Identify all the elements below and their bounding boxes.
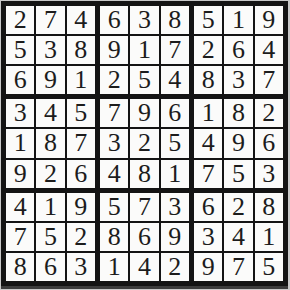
- cell-r9c3: 3: [67, 253, 95, 281]
- cell-r3c1: 6: [6, 66, 34, 94]
- cell-r3c8: 3: [224, 66, 252, 94]
- cell-r2c3: 8: [67, 36, 95, 64]
- cell-r8c9: 1: [255, 223, 283, 251]
- cell-r8c2: 5: [36, 223, 64, 251]
- cell-r3c7: 8: [194, 66, 222, 94]
- cell-r1c2: 7: [36, 6, 64, 34]
- cell-r7c1: 4: [6, 193, 34, 221]
- box-1-1: 274538691: [6, 6, 95, 94]
- cell-r7c7: 6: [194, 193, 222, 221]
- cell-r6c4: 4: [100, 160, 128, 188]
- cell-r7c8: 2: [224, 193, 252, 221]
- cell-r4c9: 2: [255, 99, 283, 127]
- cell-r5c9: 6: [255, 129, 283, 157]
- cell-r2c4: 9: [100, 36, 128, 64]
- box-1-2: 638917254: [100, 6, 189, 94]
- cell-r8c3: 2: [67, 223, 95, 251]
- cell-r9c2: 6: [36, 253, 64, 281]
- cell-r3c2: 9: [36, 66, 64, 94]
- cell-r9c8: 7: [224, 253, 252, 281]
- cell-r8c1: 7: [6, 223, 34, 251]
- cell-r5c1: 1: [6, 129, 34, 157]
- cell-r2c7: 2: [194, 36, 222, 64]
- cell-r8c8: 4: [224, 223, 252, 251]
- cell-r6c6: 1: [161, 160, 189, 188]
- cell-r5c4: 3: [100, 129, 128, 157]
- cell-r2c8: 6: [224, 36, 252, 64]
- cell-r1c7: 5: [194, 6, 222, 34]
- sudoku-board: 2745386916389172545192648373451879267963…: [1, 1, 288, 286]
- cell-r8c6: 9: [161, 223, 189, 251]
- cell-r1c6: 8: [161, 6, 189, 34]
- cell-r6c7: 7: [194, 160, 222, 188]
- cell-r3c9: 7: [255, 66, 283, 94]
- cell-r9c5: 4: [130, 253, 158, 281]
- cell-r5c7: 4: [194, 129, 222, 157]
- cell-r8c4: 8: [100, 223, 128, 251]
- cell-r7c4: 5: [100, 193, 128, 221]
- cell-r4c6: 6: [161, 99, 189, 127]
- cell-r4c4: 7: [100, 99, 128, 127]
- cell-r5c2: 8: [36, 129, 64, 157]
- cell-r1c3: 4: [67, 6, 95, 34]
- cell-r1c9: 9: [255, 6, 283, 34]
- cell-r4c1: 3: [6, 99, 34, 127]
- cell-r7c3: 9: [67, 193, 95, 221]
- cell-r9c4: 1: [100, 253, 128, 281]
- cell-r7c9: 8: [255, 193, 283, 221]
- cell-r3c3: 1: [67, 66, 95, 94]
- cell-r4c7: 1: [194, 99, 222, 127]
- cell-r6c2: 2: [36, 160, 64, 188]
- box-2-2: 796325481: [100, 99, 189, 187]
- cell-r7c5: 7: [130, 193, 158, 221]
- cell-r8c5: 6: [130, 223, 158, 251]
- cell-r1c1: 2: [6, 6, 34, 34]
- cell-r4c8: 8: [224, 99, 252, 127]
- cell-r4c5: 9: [130, 99, 158, 127]
- box-3-1: 419752863: [6, 193, 95, 281]
- cell-r5c6: 5: [161, 129, 189, 157]
- cell-r9c9: 5: [255, 253, 283, 281]
- box-1-3: 519264837: [194, 6, 283, 94]
- sudoku-page: 2745386916389172545192648373451879267963…: [0, 0, 290, 290]
- box-2-1: 345187926: [6, 99, 95, 187]
- cell-r9c1: 8: [6, 253, 34, 281]
- cell-r7c2: 1: [36, 193, 64, 221]
- cell-r2c9: 4: [255, 36, 283, 64]
- cell-r5c3: 7: [67, 129, 95, 157]
- cell-r4c3: 5: [67, 99, 95, 127]
- cell-r6c1: 9: [6, 160, 34, 188]
- cell-r4c2: 4: [36, 99, 64, 127]
- cell-r6c3: 6: [67, 160, 95, 188]
- box-3-2: 573869142: [100, 193, 189, 281]
- cell-r7c6: 3: [161, 193, 189, 221]
- cell-r2c2: 3: [36, 36, 64, 64]
- cell-r3c5: 5: [130, 66, 158, 94]
- cell-r3c4: 2: [100, 66, 128, 94]
- box-3-3: 628341975: [194, 193, 283, 281]
- box-2-3: 182496753: [194, 99, 283, 187]
- cell-r9c6: 2: [161, 253, 189, 281]
- cell-r5c8: 9: [224, 129, 252, 157]
- cell-r6c9: 3: [255, 160, 283, 188]
- cell-r5c5: 2: [130, 129, 158, 157]
- cell-r6c8: 5: [224, 160, 252, 188]
- cell-r1c8: 1: [224, 6, 252, 34]
- cell-r3c6: 4: [161, 66, 189, 94]
- cell-r2c1: 5: [6, 36, 34, 64]
- cell-r2c6: 7: [161, 36, 189, 64]
- cell-r1c5: 3: [130, 6, 158, 34]
- cell-r1c4: 6: [100, 6, 128, 34]
- cell-r2c5: 1: [130, 36, 158, 64]
- cell-r9c7: 9: [194, 253, 222, 281]
- cell-r8c7: 3: [194, 223, 222, 251]
- cell-r6c5: 8: [130, 160, 158, 188]
